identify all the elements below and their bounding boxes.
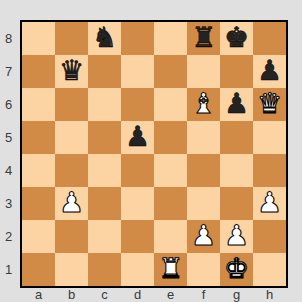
square-f3[interactable] [187, 187, 220, 220]
rank-label-2: 2 [0, 220, 17, 253]
square-a7[interactable] [22, 55, 55, 88]
file-label-f: f [187, 286, 220, 302]
rank-label-7: 7 [0, 55, 17, 88]
chess-diagram: 87654321 ♞♜♚♛♟♝♟♛♟♟♟♟♟♜♚ abcdefgh [0, 0, 302, 302]
square-e4[interactable] [154, 154, 187, 187]
square-h5[interactable] [253, 121, 286, 154]
square-f2[interactable]: ♟ [187, 220, 220, 253]
file-label-e: e [154, 286, 187, 302]
rank-label-1: 1 [0, 253, 17, 286]
black-queen[interactable]: ♛ [59, 55, 84, 87]
file-label-a: a [22, 286, 55, 302]
square-c1[interactable] [88, 253, 121, 286]
square-e3[interactable] [154, 187, 187, 220]
square-e7[interactable] [154, 55, 187, 88]
square-g2[interactable]: ♟ [220, 220, 253, 253]
file-label-g: g [220, 286, 253, 302]
white-pawn[interactable]: ♟ [257, 187, 282, 219]
square-g7[interactable] [220, 55, 253, 88]
file-labels: abcdefgh [22, 286, 286, 302]
square-b2[interactable] [55, 220, 88, 253]
square-e6[interactable] [154, 88, 187, 121]
square-h8[interactable] [253, 22, 286, 55]
rank-labels: 87654321 [0, 22, 17, 286]
rank-label-4: 4 [0, 154, 17, 187]
square-f1[interactable] [187, 253, 220, 286]
black-pawn[interactable]: ♟ [257, 55, 282, 87]
square-b6[interactable] [55, 88, 88, 121]
square-e5[interactable] [154, 121, 187, 154]
black-rook[interactable]: ♜ [191, 22, 216, 54]
square-g8[interactable]: ♚ [220, 22, 253, 55]
square-d4[interactable] [121, 154, 154, 187]
square-g6[interactable]: ♟ [220, 88, 253, 121]
square-f6[interactable]: ♝ [187, 88, 220, 121]
square-a6[interactable] [22, 88, 55, 121]
rank-label-8: 8 [0, 22, 17, 55]
white-rook[interactable]: ♜ [158, 253, 183, 285]
square-h4[interactable] [253, 154, 286, 187]
square-c5[interactable] [88, 121, 121, 154]
square-b4[interactable] [55, 154, 88, 187]
square-e2[interactable] [154, 220, 187, 253]
square-a1[interactable] [22, 253, 55, 286]
white-pawn[interactable]: ♟ [191, 220, 216, 252]
white-king[interactable]: ♚ [224, 253, 249, 285]
square-b8[interactable] [55, 22, 88, 55]
white-bishop[interactable]: ♝ [191, 88, 216, 120]
square-b7[interactable]: ♛ [55, 55, 88, 88]
black-pawn[interactable]: ♟ [224, 88, 249, 120]
square-b5[interactable] [55, 121, 88, 154]
square-d3[interactable] [121, 187, 154, 220]
square-a8[interactable] [22, 22, 55, 55]
square-c6[interactable] [88, 88, 121, 121]
square-f7[interactable] [187, 55, 220, 88]
square-h1[interactable] [253, 253, 286, 286]
square-g5[interactable] [220, 121, 253, 154]
square-b3[interactable]: ♟ [55, 187, 88, 220]
square-f5[interactable] [187, 121, 220, 154]
white-pawn[interactable]: ♟ [59, 187, 84, 219]
square-g1[interactable]: ♚ [220, 253, 253, 286]
square-a5[interactable] [22, 121, 55, 154]
square-d6[interactable] [121, 88, 154, 121]
square-a2[interactable] [22, 220, 55, 253]
rank-label-6: 6 [0, 88, 17, 121]
square-d5[interactable]: ♟ [121, 121, 154, 154]
black-king[interactable]: ♚ [224, 22, 249, 54]
square-d7[interactable] [121, 55, 154, 88]
file-label-b: b [55, 286, 88, 302]
square-d2[interactable] [121, 220, 154, 253]
square-a4[interactable] [22, 154, 55, 187]
square-g4[interactable] [220, 154, 253, 187]
file-label-h: h [253, 286, 286, 302]
square-c8[interactable]: ♞ [88, 22, 121, 55]
square-h3[interactable]: ♟ [253, 187, 286, 220]
square-c2[interactable] [88, 220, 121, 253]
rank-label-3: 3 [0, 187, 17, 220]
black-knight[interactable]: ♞ [92, 22, 117, 54]
square-h6[interactable]: ♛ [253, 88, 286, 121]
square-f4[interactable] [187, 154, 220, 187]
square-f8[interactable]: ♜ [187, 22, 220, 55]
square-h7[interactable]: ♟ [253, 55, 286, 88]
square-c3[interactable] [88, 187, 121, 220]
square-b1[interactable] [55, 253, 88, 286]
square-d8[interactable] [121, 22, 154, 55]
chess-board: ♞♜♚♛♟♝♟♛♟♟♟♟♟♜♚ [20, 20, 288, 288]
white-pawn[interactable]: ♟ [224, 220, 249, 252]
black-pawn[interactable]: ♟ [125, 121, 150, 153]
square-h2[interactable] [253, 220, 286, 253]
square-e8[interactable] [154, 22, 187, 55]
square-a3[interactable] [22, 187, 55, 220]
square-c7[interactable] [88, 55, 121, 88]
square-e1[interactable]: ♜ [154, 253, 187, 286]
file-label-d: d [121, 286, 154, 302]
white-queen[interactable]: ♛ [257, 88, 282, 120]
square-d1[interactable] [121, 253, 154, 286]
file-label-c: c [88, 286, 121, 302]
square-c4[interactable] [88, 154, 121, 187]
square-g3[interactable] [220, 187, 253, 220]
rank-label-5: 5 [0, 121, 17, 154]
